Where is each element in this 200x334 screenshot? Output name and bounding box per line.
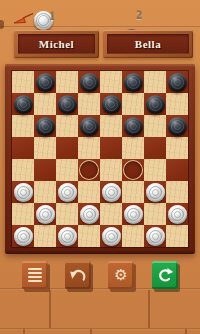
square-f4[interactable]: [122, 159, 144, 181]
white-piece[interactable]: [14, 227, 33, 246]
square-f1: [122, 225, 144, 247]
square-e8: [100, 71, 122, 93]
white-piece[interactable]: [14, 183, 33, 202]
white-piece[interactable]: [168, 205, 187, 224]
checkers-app-screen: 1 2 Michel Bella ⚙: [0, 0, 200, 334]
square-f7: [122, 93, 144, 115]
undo-button[interactable]: [65, 261, 91, 289]
gear-icon: ⚙: [114, 268, 127, 283]
square-c5[interactable]: [56, 137, 78, 159]
wood-seam: [49, 290, 51, 328]
player2-name: Bella: [107, 34, 189, 54]
square-h3: [166, 181, 188, 203]
hamburger-icon: [28, 268, 42, 282]
player1-name-plate: Michel: [14, 30, 99, 58]
move-hint[interactable]: [79, 160, 99, 180]
square-g5[interactable]: [144, 137, 166, 159]
square-e7[interactable]: [100, 93, 122, 115]
white-piece[interactable]: [80, 205, 99, 224]
square-b1: [34, 225, 56, 247]
white-piece[interactable]: [36, 205, 55, 224]
square-f3: [122, 181, 144, 203]
square-b6[interactable]: [34, 115, 56, 137]
square-e3[interactable]: [100, 181, 122, 203]
square-c2: [56, 203, 78, 225]
wood-seam: [23, 329, 25, 334]
square-g7[interactable]: [144, 93, 166, 115]
white-piece[interactable]: [58, 227, 77, 246]
square-b3: [34, 181, 56, 203]
restart-arrow-icon: [157, 267, 174, 283]
square-g1[interactable]: [144, 225, 166, 247]
black-piece[interactable]: [80, 73, 99, 92]
square-e1[interactable]: [100, 225, 122, 247]
square-h1: [166, 225, 188, 247]
square-a8: [12, 71, 34, 93]
square-a2: [12, 203, 34, 225]
square-d2[interactable]: [78, 203, 100, 225]
square-d7: [78, 93, 100, 115]
checkers-board: [5, 64, 195, 254]
player1-name: Michel: [18, 34, 95, 54]
square-b4[interactable]: [34, 159, 56, 181]
square-c4: [56, 159, 78, 181]
square-h5: [166, 137, 188, 159]
square-h7: [166, 93, 188, 115]
black-piece[interactable]: [36, 73, 55, 92]
player2-name-plate: Bella: [103, 30, 193, 58]
white-piece[interactable]: [146, 227, 165, 246]
black-piece[interactable]: [102, 95, 121, 114]
wood-seam: [185, 329, 187, 334]
black-piece[interactable]: [36, 117, 55, 136]
square-c3[interactable]: [56, 181, 78, 203]
square-a7[interactable]: [12, 93, 34, 115]
wood-knot: [0, 20, 4, 29]
wood-seam: [148, 290, 150, 328]
board-grid: [12, 71, 188, 247]
square-d8[interactable]: [78, 71, 100, 93]
square-e4: [100, 159, 122, 181]
square-b7: [34, 93, 56, 115]
square-a5[interactable]: [12, 137, 34, 159]
black-piece[interactable]: [146, 95, 165, 114]
white-piece[interactable]: [146, 183, 165, 202]
black-piece[interactable]: [14, 95, 33, 114]
black-piece[interactable]: [124, 117, 143, 136]
black-piece[interactable]: [168, 117, 187, 136]
wood-seam: [0, 26, 200, 28]
wood-seam: [0, 328, 200, 330]
square-h2[interactable]: [166, 203, 188, 225]
square-c6: [56, 115, 78, 137]
square-e2: [100, 203, 122, 225]
wood-seam: [90, 329, 92, 334]
square-b5: [34, 137, 56, 159]
square-g3[interactable]: [144, 181, 166, 203]
square-f5: [122, 137, 144, 159]
square-c7[interactable]: [56, 93, 78, 115]
square-g2: [144, 203, 166, 225]
white-piece[interactable]: [58, 183, 77, 202]
square-e5[interactable]: [100, 137, 122, 159]
black-piece[interactable]: [58, 95, 77, 114]
restart-button[interactable]: [152, 261, 178, 289]
square-h4[interactable]: [166, 159, 188, 181]
square-a6: [12, 115, 34, 137]
player2-score-number: 2: [136, 8, 142, 23]
square-a1[interactable]: [12, 225, 34, 247]
square-g4: [144, 159, 166, 181]
white-piece[interactable]: [124, 205, 143, 224]
white-piece[interactable]: [102, 183, 121, 202]
player1-score-number: 1: [49, 9, 55, 24]
black-piece[interactable]: [80, 117, 99, 136]
square-f8[interactable]: [122, 71, 144, 93]
menu-button[interactable]: [22, 261, 48, 289]
square-b8[interactable]: [34, 71, 56, 93]
square-g6: [144, 115, 166, 137]
square-c8: [56, 71, 78, 93]
move-hint[interactable]: [123, 160, 143, 180]
square-d6[interactable]: [78, 115, 100, 137]
square-f6[interactable]: [122, 115, 144, 137]
square-b2[interactable]: [34, 203, 56, 225]
square-c1[interactable]: [56, 225, 78, 247]
white-piece[interactable]: [102, 227, 121, 246]
square-h8[interactable]: [166, 71, 188, 93]
turn-indicator-arrow-icon: [14, 10, 34, 24]
square-d1: [78, 225, 100, 247]
square-a3[interactable]: [12, 181, 34, 203]
square-f2[interactable]: [122, 203, 144, 225]
black-piece[interactable]: [124, 73, 143, 92]
square-g8: [144, 71, 166, 93]
square-h6[interactable]: [166, 115, 188, 137]
settings-button[interactable]: ⚙: [108, 261, 134, 289]
black-piece[interactable]: [168, 73, 187, 92]
square-d4[interactable]: [78, 159, 100, 181]
undo-arrow-icon: [69, 268, 87, 283]
square-d5: [78, 137, 100, 159]
square-a4: [12, 159, 34, 181]
square-d3: [78, 181, 100, 203]
square-e6: [100, 115, 122, 137]
